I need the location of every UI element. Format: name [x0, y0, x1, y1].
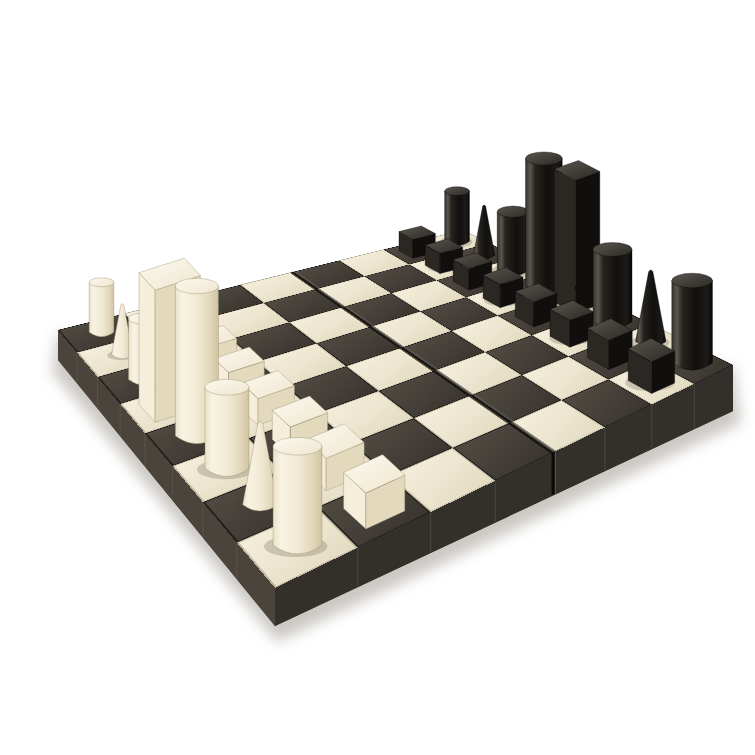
- piece-white-rook-a1[interactable]: [85, 278, 117, 338]
- chess-set-product-photo: [0, 0, 755, 755]
- piece-black-knight-b8[interactable]: [469, 205, 497, 261]
- piece-white-rook-h1[interactable]: [264, 437, 328, 557]
- chess-pieces-layer: [0, 0, 755, 755]
- piece-black-knight-g8[interactable]: [630, 270, 670, 349]
- piece-white-bishop-f1[interactable]: [197, 379, 254, 479]
- piece-black-bishop-f8[interactable]: [586, 242, 637, 331]
- piece-black-rook-a8[interactable]: [440, 187, 472, 248]
- piece-black-pawn-h7[interactable]: [625, 338, 674, 393]
